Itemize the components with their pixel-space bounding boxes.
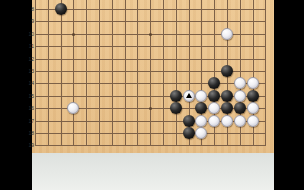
- row-label: 8: [25, 6, 34, 12]
- grid-hline: [35, 133, 266, 134]
- row-label: 9: [25, 18, 34, 24]
- white-stone[interactable]: [221, 115, 233, 127]
- grid-hline: [35, 9, 266, 10]
- black-stone[interactable]: [183, 127, 195, 139]
- star-point: [149, 33, 152, 36]
- grid-hline: [35, 83, 266, 84]
- black-stone[interactable]: [208, 90, 220, 102]
- row-label: 13: [25, 68, 34, 74]
- white-stone[interactable]: [247, 115, 259, 127]
- black-stone[interactable]: [247, 90, 259, 102]
- grid-hline: [35, 46, 266, 47]
- bottom-panel: [32, 153, 274, 190]
- white-stone[interactable]: [183, 90, 195, 102]
- screenshot-stage: 8910111213141516171819: [0, 0, 304, 190]
- row-label: 10: [25, 31, 34, 37]
- white-stone[interactable]: [234, 90, 246, 102]
- white-stone[interactable]: [247, 102, 259, 114]
- black-stone[interactable]: [221, 65, 233, 77]
- white-stone[interactable]: [208, 115, 220, 127]
- row-label: 15: [25, 93, 34, 99]
- white-stone[interactable]: [247, 77, 259, 89]
- grid-hline: [35, 21, 266, 22]
- white-stone[interactable]: [234, 115, 246, 127]
- grid-hline: [35, 59, 266, 60]
- black-stone[interactable]: [55, 3, 67, 15]
- triangle-marker: [186, 93, 192, 98]
- row-label: 14: [25, 80, 34, 86]
- row-label: 16: [25, 105, 34, 111]
- row-label: 11: [25, 43, 34, 49]
- black-stone[interactable]: [170, 102, 182, 114]
- black-stone[interactable]: [221, 90, 233, 102]
- row-label: 17: [25, 118, 34, 124]
- black-stone[interactable]: [183, 115, 195, 127]
- row-label: 19: [25, 142, 34, 148]
- white-stone[interactable]: [195, 115, 207, 127]
- black-stone[interactable]: [234, 102, 246, 114]
- grid-hline: [35, 145, 266, 146]
- white-stone[interactable]: [221, 28, 233, 40]
- row-label: 12: [25, 56, 34, 62]
- row-label: 18: [25, 130, 34, 136]
- black-stone[interactable]: [170, 90, 182, 102]
